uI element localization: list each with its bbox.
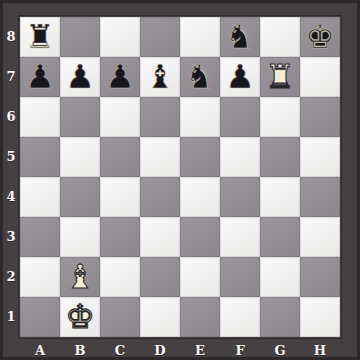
rank-label-3: 3 bbox=[3, 216, 19, 256]
rank-label-1: 1 bbox=[3, 296, 19, 336]
square-a6[interactable] bbox=[20, 97, 60, 137]
square-d3[interactable] bbox=[140, 217, 180, 257]
square-g1[interactable] bbox=[260, 297, 300, 337]
file-label-f: F bbox=[220, 342, 260, 358]
file-label-c: C bbox=[100, 342, 140, 358]
square-e6[interactable] bbox=[180, 97, 220, 137]
square-b8[interactable] bbox=[60, 17, 100, 57]
square-g8[interactable] bbox=[260, 17, 300, 57]
square-b1[interactable]: ♚ bbox=[60, 297, 100, 337]
square-b6[interactable] bbox=[60, 97, 100, 137]
square-d4[interactable] bbox=[140, 177, 180, 217]
rank-label-2: 2 bbox=[3, 256, 19, 296]
square-g4[interactable] bbox=[260, 177, 300, 217]
file-label-g: G bbox=[260, 342, 300, 358]
piece-white-rook[interactable]: ♜ bbox=[265, 57, 295, 97]
square-g6[interactable] bbox=[260, 97, 300, 137]
square-h6[interactable] bbox=[300, 97, 340, 137]
square-c7[interactable]: ♟ bbox=[100, 57, 140, 97]
square-g2[interactable] bbox=[260, 257, 300, 297]
square-h2[interactable] bbox=[300, 257, 340, 297]
rank-label-5: 5 bbox=[3, 136, 19, 176]
square-h4[interactable] bbox=[300, 177, 340, 217]
square-e8[interactable] bbox=[180, 17, 220, 57]
square-c4[interactable] bbox=[100, 177, 140, 217]
square-d5[interactable] bbox=[140, 137, 180, 177]
file-label-a: A bbox=[20, 342, 60, 358]
square-d7[interactable]: ♝ bbox=[140, 57, 180, 97]
square-h7[interactable] bbox=[300, 57, 340, 97]
rank-label-6: 6 bbox=[3, 96, 19, 136]
square-h5[interactable] bbox=[300, 137, 340, 177]
square-a4[interactable] bbox=[20, 177, 60, 217]
square-h1[interactable] bbox=[300, 297, 340, 337]
square-a1[interactable] bbox=[20, 297, 60, 337]
piece-black-king[interactable]: ♚ bbox=[305, 17, 335, 57]
square-f6[interactable] bbox=[220, 97, 260, 137]
square-e4[interactable] bbox=[180, 177, 220, 217]
square-f4[interactable] bbox=[220, 177, 260, 217]
file-labels: ABCDEFGH bbox=[20, 342, 340, 358]
piece-black-knight[interactable]: ♞ bbox=[225, 17, 255, 57]
file-label-h: H bbox=[300, 342, 340, 358]
square-f7[interactable]: ♟ bbox=[220, 57, 260, 97]
square-f5[interactable] bbox=[220, 137, 260, 177]
square-b5[interactable] bbox=[60, 137, 100, 177]
square-c1[interactable] bbox=[100, 297, 140, 337]
piece-black-pawn[interactable]: ♟ bbox=[25, 57, 55, 97]
square-d8[interactable] bbox=[140, 17, 180, 57]
square-a8[interactable]: ♜ bbox=[20, 17, 60, 57]
square-e5[interactable] bbox=[180, 137, 220, 177]
piece-white-king[interactable]: ♚ bbox=[65, 297, 95, 337]
square-a2[interactable] bbox=[20, 257, 60, 297]
piece-black-knight[interactable]: ♞ bbox=[185, 57, 215, 97]
square-c6[interactable] bbox=[100, 97, 140, 137]
rank-label-7: 7 bbox=[3, 56, 19, 96]
square-h3[interactable] bbox=[300, 217, 340, 257]
square-e1[interactable] bbox=[180, 297, 220, 337]
square-e7[interactable]: ♞ bbox=[180, 57, 220, 97]
rank-labels: 87654321 bbox=[3, 16, 19, 338]
square-e2[interactable] bbox=[180, 257, 220, 297]
square-a7[interactable]: ♟ bbox=[20, 57, 60, 97]
square-b2[interactable]: ♝ bbox=[60, 257, 100, 297]
square-f2[interactable] bbox=[220, 257, 260, 297]
square-d1[interactable] bbox=[140, 297, 180, 337]
square-b3[interactable] bbox=[60, 217, 100, 257]
piece-black-pawn[interactable]: ♟ bbox=[105, 57, 135, 97]
square-a3[interactable] bbox=[20, 217, 60, 257]
rank-label-8: 8 bbox=[3, 16, 19, 56]
square-b7[interactable]: ♟ bbox=[60, 57, 100, 97]
square-e3[interactable] bbox=[180, 217, 220, 257]
square-g5[interactable] bbox=[260, 137, 300, 177]
square-f3[interactable] bbox=[220, 217, 260, 257]
rank-label-4: 4 bbox=[3, 176, 19, 216]
piece-black-pawn[interactable]: ♟ bbox=[65, 57, 95, 97]
square-g3[interactable] bbox=[260, 217, 300, 257]
square-d2[interactable] bbox=[140, 257, 180, 297]
file-label-e: E bbox=[180, 342, 220, 358]
square-b4[interactable] bbox=[60, 177, 100, 217]
square-d6[interactable] bbox=[140, 97, 180, 137]
square-c3[interactable] bbox=[100, 217, 140, 257]
file-label-d: D bbox=[140, 342, 180, 358]
square-f1[interactable] bbox=[220, 297, 260, 337]
piece-black-rook[interactable]: ♜ bbox=[25, 17, 55, 57]
square-c8[interactable] bbox=[100, 17, 140, 57]
piece-black-pawn[interactable]: ♟ bbox=[225, 57, 255, 97]
square-g7[interactable]: ♜ bbox=[260, 57, 300, 97]
square-c2[interactable] bbox=[100, 257, 140, 297]
square-a5[interactable] bbox=[20, 137, 60, 177]
square-c5[interactable] bbox=[100, 137, 140, 177]
file-label-b: B bbox=[60, 342, 100, 358]
chess-board[interactable]: ♜♞♚♟♟♟♝♞♟♜♝♚ bbox=[19, 16, 341, 338]
square-f8[interactable]: ♞ bbox=[220, 17, 260, 57]
piece-white-bishop[interactable]: ♝ bbox=[65, 257, 95, 297]
square-h8[interactable]: ♚ bbox=[300, 17, 340, 57]
piece-black-bishop[interactable]: ♝ bbox=[145, 57, 175, 97]
chess-board-frame: 87654321 ♜♞♚♟♟♟♝♞♟♜♝♚ ABCDEFGH bbox=[0, 0, 360, 360]
